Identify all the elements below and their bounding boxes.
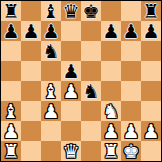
- black-knight[interactable]: ♞: [42, 41, 59, 61]
- square-f1[interactable]: ♜: [101, 141, 121, 161]
- square-b5[interactable]: [21, 61, 41, 81]
- square-d4[interactable]: ♟: [61, 81, 81, 101]
- square-h4[interactable]: [141, 81, 161, 101]
- square-d1[interactable]: ♛: [61, 141, 81, 161]
- square-c2[interactable]: [41, 121, 61, 141]
- square-c6[interactable]: ♞: [41, 41, 61, 61]
- square-e4[interactable]: ♞: [81, 81, 101, 101]
- square-h2[interactable]: ♟: [141, 121, 161, 141]
- square-d6[interactable]: [61, 41, 81, 61]
- chess-board: ♜♝♛♚♜♟♟♟♟♟♟♞♟♝♟♞♝♟♞♟♟♟♟♜♛♜♚: [0, 0, 162, 162]
- square-h1[interactable]: [141, 141, 161, 161]
- square-b8[interactable]: [21, 1, 41, 21]
- square-d8[interactable]: ♛: [61, 1, 81, 21]
- black-rook[interactable]: ♜: [2, 1, 19, 21]
- square-c5[interactable]: [41, 61, 61, 81]
- white-pawn[interactable]: ♟: [122, 121, 139, 141]
- square-b3[interactable]: [21, 101, 41, 121]
- square-a4[interactable]: [1, 81, 21, 101]
- square-g5[interactable]: [121, 61, 141, 81]
- square-h6[interactable]: [141, 41, 161, 61]
- square-g6[interactable]: [121, 41, 141, 61]
- square-e1[interactable]: [81, 141, 101, 161]
- square-a2[interactable]: ♟: [1, 121, 21, 141]
- white-pawn[interactable]: ♟: [62, 81, 79, 101]
- square-f4[interactable]: [101, 81, 121, 101]
- square-e3[interactable]: [81, 101, 101, 121]
- square-b7[interactable]: ♟: [21, 21, 41, 41]
- black-pawn[interactable]: ♟: [2, 21, 19, 41]
- square-a6[interactable]: [1, 41, 21, 61]
- white-pawn[interactable]: ♟: [42, 101, 59, 121]
- square-e2[interactable]: [81, 121, 101, 141]
- square-c4[interactable]: ♝: [41, 81, 61, 101]
- square-c1[interactable]: [41, 141, 61, 161]
- square-f8[interactable]: [101, 1, 121, 21]
- square-b4[interactable]: [21, 81, 41, 101]
- square-d5[interactable]: ♟: [61, 61, 81, 81]
- white-queen[interactable]: ♛: [62, 141, 79, 161]
- square-h3[interactable]: [141, 101, 161, 121]
- square-h5[interactable]: [141, 61, 161, 81]
- square-h8[interactable]: ♜: [141, 1, 161, 21]
- square-f3[interactable]: ♞: [101, 101, 121, 121]
- square-g7[interactable]: ♟: [121, 21, 141, 41]
- black-pawn[interactable]: ♟: [42, 21, 59, 41]
- black-pawn[interactable]: ♟: [122, 21, 139, 41]
- square-e8[interactable]: ♚: [81, 1, 101, 21]
- square-c7[interactable]: ♟: [41, 21, 61, 41]
- square-e5[interactable]: [81, 61, 101, 81]
- square-a5[interactable]: [1, 61, 21, 81]
- black-pawn[interactable]: ♟: [142, 21, 159, 41]
- square-c3[interactable]: ♟: [41, 101, 61, 121]
- black-bishop[interactable]: ♝: [42, 1, 59, 21]
- white-king[interactable]: ♚: [122, 141, 139, 161]
- square-a3[interactable]: ♝: [1, 101, 21, 121]
- square-h7[interactable]: ♟: [141, 21, 161, 41]
- white-knight[interactable]: ♞: [102, 101, 119, 121]
- black-knight[interactable]: ♞: [82, 81, 99, 101]
- square-f5[interactable]: [101, 61, 121, 81]
- square-g3[interactable]: [121, 101, 141, 121]
- white-pawn[interactable]: ♟: [2, 121, 19, 141]
- square-d7[interactable]: [61, 21, 81, 41]
- black-pawn[interactable]: ♟: [102, 21, 119, 41]
- square-c8[interactable]: ♝: [41, 1, 61, 21]
- square-b1[interactable]: [21, 141, 41, 161]
- square-f6[interactable]: [101, 41, 121, 61]
- square-d3[interactable]: [61, 101, 81, 121]
- white-bishop[interactable]: ♝: [42, 81, 59, 101]
- white-rook[interactable]: ♜: [102, 141, 119, 161]
- square-g8[interactable]: [121, 1, 141, 21]
- square-e6[interactable]: [81, 41, 101, 61]
- black-pawn[interactable]: ♟: [22, 21, 39, 41]
- square-b6[interactable]: [21, 41, 41, 61]
- square-b2[interactable]: [21, 121, 41, 141]
- square-e7[interactable]: [81, 21, 101, 41]
- square-g2[interactable]: ♟: [121, 121, 141, 141]
- square-a8[interactable]: ♜: [1, 1, 21, 21]
- square-a7[interactable]: ♟: [1, 21, 21, 41]
- square-d2[interactable]: [61, 121, 81, 141]
- square-f7[interactable]: ♟: [101, 21, 121, 41]
- black-king[interactable]: ♚: [82, 1, 99, 21]
- black-pawn[interactable]: ♟: [62, 61, 79, 81]
- white-bishop[interactable]: ♝: [2, 101, 19, 121]
- white-pawn[interactable]: ♟: [142, 121, 159, 141]
- square-g4[interactable]: [121, 81, 141, 101]
- square-a1[interactable]: ♜: [1, 141, 21, 161]
- black-queen[interactable]: ♛: [62, 1, 79, 21]
- white-rook[interactable]: ♜: [2, 141, 19, 161]
- white-pawn[interactable]: ♟: [102, 121, 119, 141]
- black-rook[interactable]: ♜: [142, 1, 159, 21]
- square-g1[interactable]: ♚: [121, 141, 141, 161]
- square-f2[interactable]: ♟: [101, 121, 121, 141]
